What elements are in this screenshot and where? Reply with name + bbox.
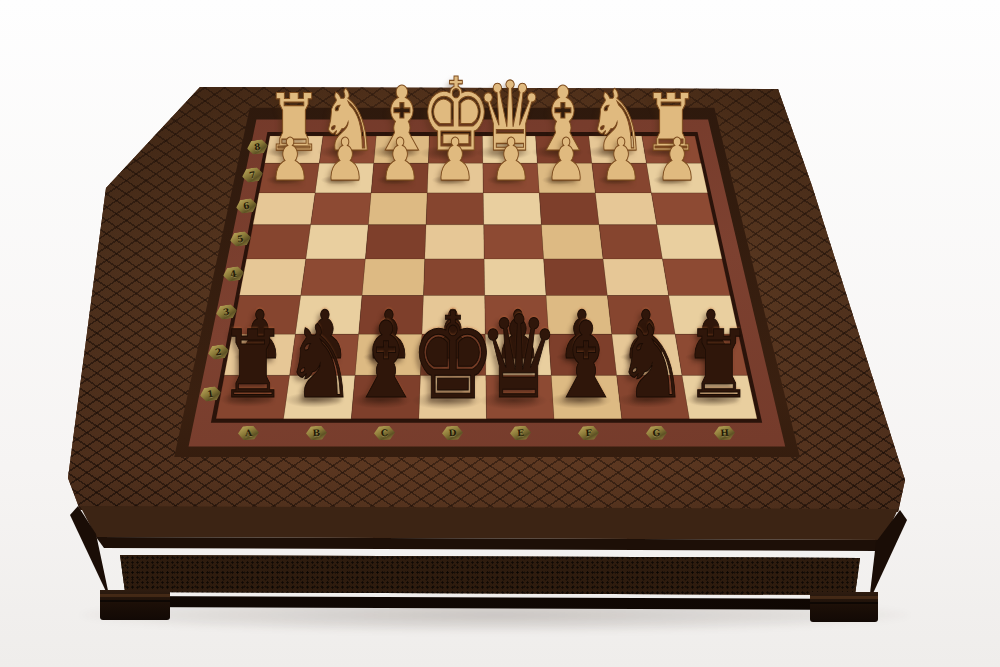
piece-white-p-d7[interactable]: ♟ bbox=[434, 131, 476, 190]
square-d6[interactable] bbox=[426, 193, 484, 225]
square-f4[interactable] bbox=[544, 259, 608, 296]
square-d5[interactable] bbox=[425, 225, 484, 259]
square-c6[interactable] bbox=[368, 193, 427, 225]
square-c5[interactable] bbox=[365, 225, 426, 259]
piece-dark-n-g1[interactable]: ♞ bbox=[616, 312, 688, 413]
piece-dark-r-a1[interactable]: ♜ bbox=[220, 318, 287, 412]
square-g4[interactable] bbox=[603, 259, 669, 296]
piece-white-p-b7[interactable]: ♟ bbox=[324, 131, 366, 190]
square-f6[interactable] bbox=[539, 193, 599, 225]
chess-box-photo: 87654321ABCDEFGH ♜♞♝♚♛♝♞♜♟♟♟♟♟♟♟♟♟♟♟♟♟♟♟… bbox=[0, 0, 1000, 667]
piece-white-p-a7[interactable]: ♟ bbox=[268, 131, 310, 190]
square-g6[interactable] bbox=[595, 193, 656, 225]
piece-white-p-f7[interactable]: ♟ bbox=[545, 131, 587, 190]
piece-white-p-e7[interactable]: ♟ bbox=[490, 131, 532, 190]
piece-dark-r-h1[interactable]: ♜ bbox=[685, 318, 752, 412]
square-b5[interactable] bbox=[306, 225, 369, 259]
square-g5[interactable] bbox=[599, 225, 662, 259]
square-e5[interactable] bbox=[484, 225, 544, 259]
piece-white-p-c7[interactable]: ♟ bbox=[379, 131, 421, 190]
piece-dark-b-f1[interactable]: ♝ bbox=[548, 308, 624, 414]
square-h4[interactable] bbox=[663, 259, 731, 296]
square-h5[interactable] bbox=[657, 225, 722, 259]
piece-white-p-h7[interactable]: ♟ bbox=[655, 131, 697, 190]
square-a6[interactable] bbox=[253, 193, 315, 225]
square-b6[interactable] bbox=[311, 193, 372, 225]
square-b4[interactable] bbox=[301, 259, 366, 296]
piece-white-p-g7[interactable]: ♟ bbox=[600, 131, 642, 190]
square-a4[interactable] bbox=[240, 259, 306, 296]
square-a5[interactable] bbox=[247, 225, 311, 259]
square-h6[interactable] bbox=[651, 193, 714, 225]
square-e6[interactable] bbox=[483, 193, 541, 225]
piece-dark-n-b1[interactable]: ♞ bbox=[284, 312, 356, 413]
square-f5[interactable] bbox=[541, 225, 603, 259]
